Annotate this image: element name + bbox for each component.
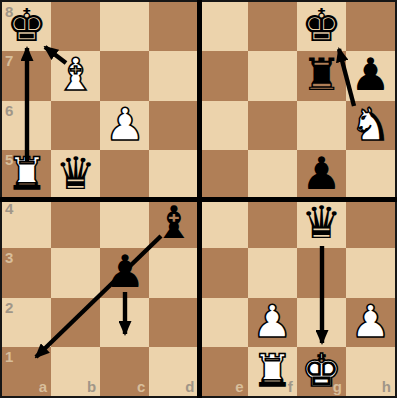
square-h4[interactable] [346,199,395,248]
white-bishop-b7[interactable]: ♝ [51,50,100,99]
black-bishop-d4[interactable]: ♝ [149,198,198,247]
black-king-g8[interactable]: ♚ [297,1,346,50]
white-rook-a5[interactable]: ♜ [2,149,51,198]
square-c1[interactable]: c [100,347,149,396]
white-rook-f1[interactable]: ♜ [248,346,297,395]
square-a2[interactable]: 2 [2,298,51,347]
square-f4[interactable] [248,199,297,248]
black-rook-g7[interactable]: ♜ [297,50,346,99]
rank-label-3: 3 [5,250,13,265]
square-e1[interactable]: e [199,347,248,396]
file-label-d: d [185,379,194,394]
square-a6[interactable]: 6 [2,101,51,150]
white-pawn-c6[interactable]: ♟ [100,100,149,149]
square-f8[interactable] [248,2,297,51]
square-g3[interactable] [297,248,346,297]
square-b3[interactable] [51,248,100,297]
square-h1[interactable]: h [346,347,395,396]
file-label-h: h [382,379,391,394]
square-d8[interactable] [149,2,198,51]
white-pawn-f2[interactable]: ♟ [248,297,297,346]
square-c7[interactable] [100,51,149,100]
square-d2[interactable] [149,298,198,347]
rank-label-1: 1 [5,349,13,364]
square-c8[interactable] [100,2,149,51]
square-d5[interactable] [149,150,198,199]
rank-label-6: 6 [5,103,13,118]
square-c2[interactable] [100,298,149,347]
square-h3[interactable] [346,248,395,297]
square-g2[interactable] [297,298,346,347]
square-d6[interactable] [149,101,198,150]
file-label-a: a [39,379,47,394]
white-king-g1[interactable]: ♚ [297,346,346,395]
square-c5[interactable] [100,150,149,199]
black-queen-b5[interactable]: ♛ [51,149,100,198]
square-e3[interactable] [199,248,248,297]
rank-label-7: 7 [5,53,13,68]
rank-label-4: 4 [5,201,13,216]
square-a3[interactable]: 3 [2,248,51,297]
square-h5[interactable] [346,150,395,199]
square-b6[interactable] [51,101,100,150]
square-e2[interactable] [199,298,248,347]
black-pawn-g5[interactable]: ♟ [297,149,346,198]
square-d1[interactable]: d [149,347,198,396]
square-e8[interactable] [199,2,248,51]
square-e7[interactable] [199,51,248,100]
square-a4[interactable]: 4 [2,199,51,248]
square-f5[interactable] [248,150,297,199]
square-b1[interactable]: b [51,347,100,396]
white-knight-h6[interactable]: ♞ [346,100,395,149]
square-g6[interactable] [297,101,346,150]
quadrant-divider-vertical [197,0,202,398]
square-b2[interactable] [51,298,100,347]
square-h8[interactable] [346,2,395,51]
file-label-c: c [137,379,145,394]
square-c4[interactable] [100,199,149,248]
square-f3[interactable] [248,248,297,297]
white-pawn-h2[interactable]: ♟ [346,297,395,346]
square-f6[interactable] [248,101,297,150]
square-e5[interactable] [199,150,248,199]
file-label-e: e [235,379,243,394]
chess-puzzle-screenshot: 87654321abcdefgh ♚♝♟♜♛♚♜♟♞♟♝♟♛♟♟♜♚ [0,0,397,398]
chess-board: 87654321abcdefgh ♚♝♟♜♛♚♜♟♞♟♝♟♛♟♟♜♚ [0,0,397,398]
square-b4[interactable] [51,199,100,248]
black-king-a8[interactable]: ♚ [2,1,51,50]
black-pawn-h7[interactable]: ♟ [346,50,395,99]
black-pawn-c3[interactable]: ♟ [100,247,149,296]
square-b8[interactable] [51,2,100,51]
file-label-b: b [87,379,96,394]
square-f7[interactable] [248,51,297,100]
rank-label-2: 2 [5,300,13,315]
square-e6[interactable] [199,101,248,150]
square-d3[interactable] [149,248,198,297]
square-a7[interactable]: 7 [2,51,51,100]
square-e4[interactable] [199,199,248,248]
square-a1[interactable]: 1a [2,347,51,396]
square-d7[interactable] [149,51,198,100]
black-queen-g4[interactable]: ♛ [297,198,346,247]
